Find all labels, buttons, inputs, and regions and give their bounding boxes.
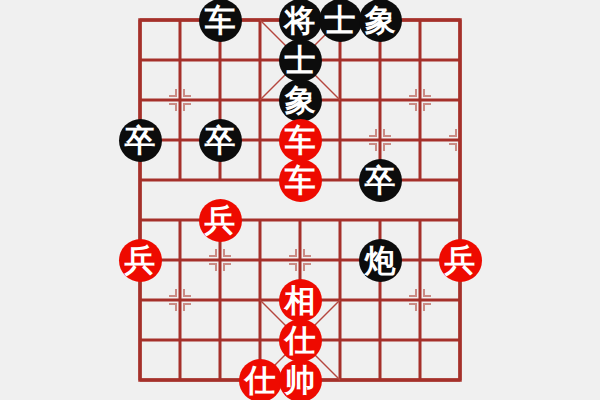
piece-red-soldier[interactable]: 兵 [119, 239, 162, 282]
piece-black-soldier[interactable]: 卒 [359, 159, 402, 202]
piece-red-soldier[interactable]: 兵 [199, 199, 242, 242]
piece-black-general[interactable]: 将 [279, 0, 322, 42]
piece-black-soldier[interactable]: 卒 [119, 119, 162, 162]
piece-black-advisor[interactable]: 士 [319, 0, 362, 42]
piece-black-advisor[interactable]: 士 [279, 39, 322, 82]
piece-black-soldier[interactable]: 卒 [199, 119, 242, 162]
piece-red-elephant[interactable]: 相 [279, 279, 322, 322]
piece-red-soldier[interactable]: 兵 [439, 239, 482, 282]
piece-red-chariot[interactable]: 车 [279, 119, 322, 162]
piece-red-general[interactable]: 帅 [279, 359, 322, 400]
piece-red-advisor[interactable]: 仕 [279, 319, 322, 362]
piece-black-chariot[interactable]: 车 [199, 0, 242, 42]
piece-black-elephant[interactable]: 象 [359, 0, 402, 42]
xiangqi-screenshot: 车将士象士象卒卒车车卒兵兵炮兵相仕仕帅 [0, 0, 600, 400]
piece-black-cannon[interactable]: 炮 [359, 239, 402, 282]
piece-red-advisor[interactable]: 仕 [239, 359, 282, 400]
piece-red-chariot[interactable]: 车 [279, 159, 322, 202]
piece-black-elephant[interactable]: 象 [279, 79, 322, 122]
